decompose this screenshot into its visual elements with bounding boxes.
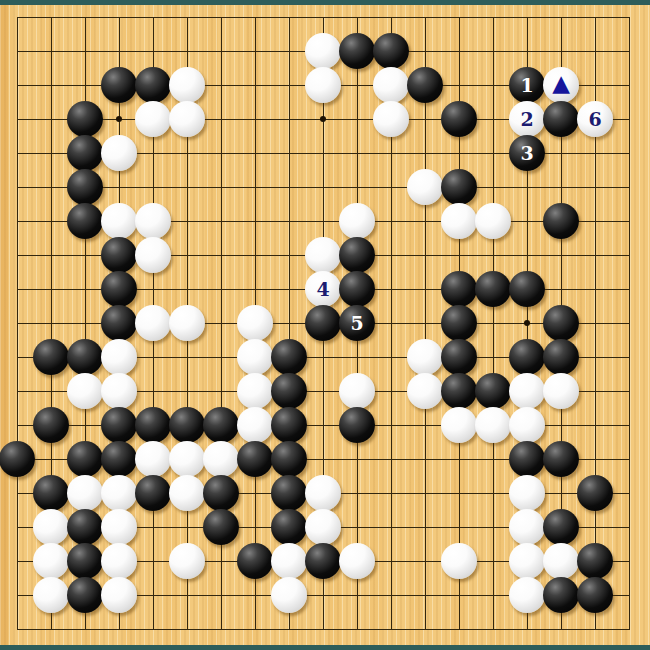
stone-black[interactable]: [509, 339, 545, 375]
stone-black[interactable]: 1: [509, 67, 545, 103]
stone-white[interactable]: [509, 475, 545, 511]
grid-line-vertical: [629, 17, 630, 630]
stone-white[interactable]: [169, 441, 205, 477]
stone-black[interactable]: [67, 509, 103, 545]
stone-white[interactable]: [33, 509, 69, 545]
stone-white[interactable]: [509, 543, 545, 579]
stone-black[interactable]: [169, 407, 205, 443]
move-number-label: 6: [588, 110, 601, 129]
stone-white[interactable]: [441, 407, 477, 443]
stone-black[interactable]: [577, 543, 613, 579]
stone-black[interactable]: [67, 441, 103, 477]
stone-black[interactable]: [441, 271, 477, 307]
stone-black[interactable]: [237, 543, 273, 579]
stone-white[interactable]: [169, 101, 205, 137]
stone-white[interactable]: [237, 339, 273, 375]
grid-line-vertical: [425, 17, 426, 630]
stone-black[interactable]: [271, 475, 307, 511]
stone-black[interactable]: [67, 169, 103, 205]
stone-white[interactable]: [339, 543, 375, 579]
stone-white[interactable]: [169, 67, 205, 103]
stone-black[interactable]: [135, 407, 171, 443]
stone-black[interactable]: [67, 543, 103, 579]
stone-black[interactable]: [67, 339, 103, 375]
hoshi-star-point: [320, 116, 326, 122]
stone-black[interactable]: [543, 101, 579, 137]
stone-white[interactable]: [135, 305, 171, 341]
stone-black[interactable]: [339, 271, 375, 307]
stone-white[interactable]: [101, 203, 137, 239]
stone-black[interactable]: [67, 135, 103, 171]
move-number-label: 4: [316, 280, 329, 299]
stone-white[interactable]: [441, 543, 477, 579]
stone-black[interactable]: [271, 407, 307, 443]
stone-black[interactable]: [271, 441, 307, 477]
stone-black[interactable]: 3: [509, 135, 545, 171]
stone-black[interactable]: [441, 373, 477, 409]
stone-white[interactable]: [101, 339, 137, 375]
stone-white[interactable]: [509, 509, 545, 545]
stone-white[interactable]: 6: [577, 101, 613, 137]
stone-white[interactable]: [67, 373, 103, 409]
stone-black[interactable]: [33, 339, 69, 375]
stone-black[interactable]: [67, 577, 103, 613]
stone-white[interactable]: [33, 543, 69, 579]
stone-white[interactable]: [509, 373, 545, 409]
stone-white[interactable]: [373, 67, 409, 103]
stone-white[interactable]: [169, 305, 205, 341]
grid-line-horizontal: [17, 629, 630, 630]
stone-white[interactable]: [407, 339, 443, 375]
stone-black[interactable]: [509, 271, 545, 307]
move-number-label: 2: [520, 110, 533, 129]
stone-white[interactable]: [305, 509, 341, 545]
stone-black[interactable]: [203, 509, 239, 545]
stone-black[interactable]: [475, 373, 511, 409]
stone-white[interactable]: [543, 543, 579, 579]
stone-black[interactable]: [271, 339, 307, 375]
move-number-label: 5: [350, 314, 363, 333]
stone-black[interactable]: [237, 441, 273, 477]
stone-white[interactable]: 4: [305, 271, 341, 307]
stone-white[interactable]: [305, 33, 341, 69]
stone-black[interactable]: [339, 237, 375, 273]
stone-white[interactable]: [135, 101, 171, 137]
stone-black[interactable]: [509, 441, 545, 477]
stone-black[interactable]: [0, 441, 35, 477]
stone-white[interactable]: [135, 203, 171, 239]
stone-white[interactable]: [237, 407, 273, 443]
stone-black[interactable]: [101, 441, 137, 477]
stone-white[interactable]: [237, 373, 273, 409]
stone-black[interactable]: [101, 67, 137, 103]
stone-black[interactable]: [339, 33, 375, 69]
stone-black[interactable]: [543, 441, 579, 477]
hoshi-star-point: [524, 320, 530, 326]
stone-white[interactable]: [101, 475, 137, 511]
stone-white[interactable]: [67, 475, 103, 511]
hoshi-star-point: [116, 116, 122, 122]
stone-white[interactable]: [271, 543, 307, 579]
stone-black[interactable]: [543, 305, 579, 341]
triangle-marker-icon: ▲: [552, 72, 570, 95]
stone-white[interactable]: [373, 101, 409, 137]
stone-black[interactable]: [373, 33, 409, 69]
stone-black[interactable]: 5: [339, 305, 375, 341]
stone-black[interactable]: [577, 475, 613, 511]
stone-white[interactable]: [407, 169, 443, 205]
stone-black[interactable]: [407, 67, 443, 103]
stone-white[interactable]: [135, 237, 171, 273]
stone-black[interactable]: [271, 373, 307, 409]
stone-black[interactable]: [33, 475, 69, 511]
stone-white[interactable]: ▲: [543, 67, 579, 103]
stone-white[interactable]: [237, 305, 273, 341]
stone-white[interactable]: 2: [509, 101, 545, 137]
stone-white[interactable]: [305, 475, 341, 511]
stone-white[interactable]: [543, 373, 579, 409]
stone-black[interactable]: [101, 237, 137, 273]
stone-white[interactable]: [169, 543, 205, 579]
board-left-shade: [0, 0, 8, 650]
stone-black[interactable]: [203, 475, 239, 511]
move-number-label: 1: [520, 76, 533, 95]
stone-white[interactable]: [135, 441, 171, 477]
stone-white[interactable]: [407, 373, 443, 409]
move-number-label: 3: [520, 144, 533, 163]
stone-black[interactable]: [67, 203, 103, 239]
stone-black[interactable]: [543, 339, 579, 375]
stone-white[interactable]: [509, 407, 545, 443]
grid-line-vertical: [493, 17, 494, 630]
stone-black[interactable]: [101, 305, 137, 341]
stone-white[interactable]: [169, 475, 205, 511]
stone-white[interactable]: [101, 509, 137, 545]
stone-black[interactable]: [441, 101, 477, 137]
go-board-screen: 1▲26345: [0, 0, 650, 650]
stone-white[interactable]: [475, 407, 511, 443]
stone-white[interactable]: [441, 203, 477, 239]
stone-black[interactable]: [135, 475, 171, 511]
stone-white[interactable]: [33, 577, 69, 613]
stone-black[interactable]: [441, 305, 477, 341]
stone-black[interactable]: [135, 67, 171, 103]
stone-white[interactable]: [101, 577, 137, 613]
stone-black[interactable]: [543, 203, 579, 239]
stone-white[interactable]: [101, 543, 137, 579]
stone-white[interactable]: [339, 203, 375, 239]
stone-black[interactable]: [475, 271, 511, 307]
stone-white[interactable]: [509, 577, 545, 613]
stone-black[interactable]: [543, 509, 579, 545]
stone-white[interactable]: [305, 237, 341, 273]
stone-white[interactable]: [203, 441, 239, 477]
stone-white[interactable]: [101, 373, 137, 409]
stone-black[interactable]: [339, 407, 375, 443]
stone-white[interactable]: [101, 135, 137, 171]
stone-white[interactable]: [475, 203, 511, 239]
stone-black[interactable]: [203, 407, 239, 443]
stone-white[interactable]: [339, 373, 375, 409]
stone-black[interactable]: [305, 305, 341, 341]
stone-black[interactable]: [33, 407, 69, 443]
stone-black[interactable]: [305, 543, 341, 579]
stone-black[interactable]: [441, 169, 477, 205]
stone-white[interactable]: [305, 67, 341, 103]
stone-black[interactable]: [543, 577, 579, 613]
stone-black[interactable]: [67, 101, 103, 137]
window-border-top: [0, 0, 650, 5]
stone-black[interactable]: [101, 271, 137, 307]
stone-black[interactable]: [441, 339, 477, 375]
window-border-bottom: [0, 645, 650, 650]
stone-black[interactable]: [577, 577, 613, 613]
stone-white[interactable]: [271, 577, 307, 613]
stone-black[interactable]: [271, 509, 307, 545]
stone-black[interactable]: [101, 407, 137, 443]
